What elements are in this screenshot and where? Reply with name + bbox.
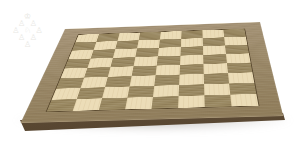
square-g2 xyxy=(204,83,230,95)
square-d2 xyxy=(127,86,154,98)
playing-area xyxy=(46,29,260,113)
watermark-piece-row: ♙ xyxy=(24,41,32,48)
square-b2 xyxy=(77,87,105,99)
chess-shop-logo-watermark: ♔♙ ♙♙ ♘ ♙♙ ♙♙ xyxy=(6,10,50,50)
square-g3 xyxy=(204,73,229,84)
square-f3 xyxy=(179,74,204,85)
square-c2 xyxy=(102,86,130,98)
square-h1 xyxy=(230,94,258,107)
square-f2 xyxy=(179,84,205,96)
square-h3 xyxy=(228,72,254,83)
square-f1 xyxy=(178,95,205,108)
square-e1 xyxy=(151,96,178,109)
square-h2 xyxy=(229,83,256,95)
square-d1 xyxy=(125,97,153,110)
square-b1 xyxy=(73,98,102,111)
chess-board xyxy=(21,22,284,123)
square-e2 xyxy=(153,85,179,97)
square-c1 xyxy=(99,98,128,111)
square-g1 xyxy=(204,95,231,108)
product-photo-canvas: ♔♙ ♙♙ ♘ ♙♙ ♙♙ xyxy=(0,0,300,144)
square-e3 xyxy=(154,75,179,86)
